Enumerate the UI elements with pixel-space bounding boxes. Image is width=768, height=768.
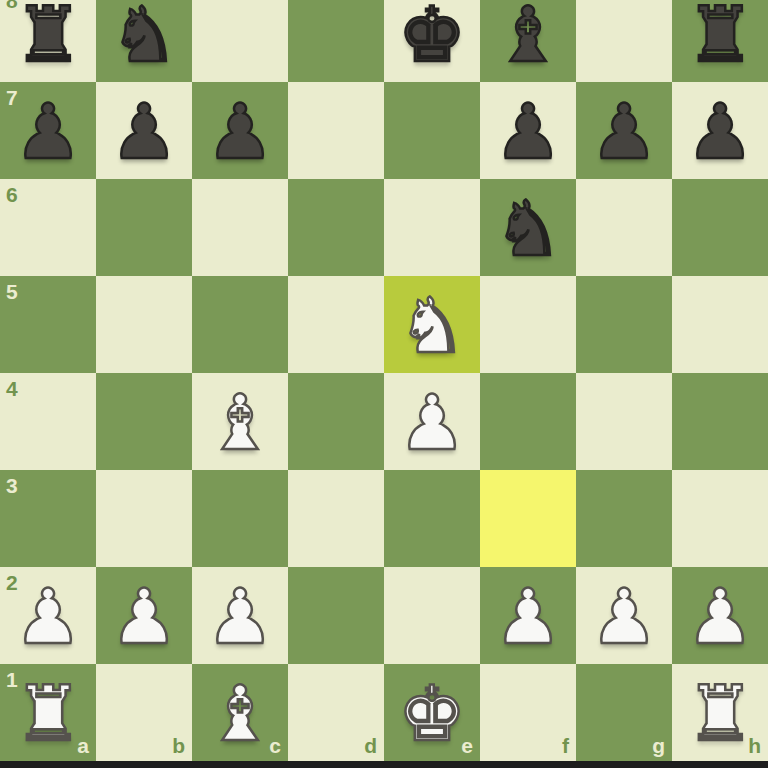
white-rook[interactable]: ♜ xyxy=(14,676,82,752)
black-rook[interactable]: ♜ xyxy=(14,0,82,73)
file-label-f: f xyxy=(562,735,569,756)
square-e2[interactable] xyxy=(384,567,480,664)
rank-label-4: 4 xyxy=(6,378,18,399)
square-b6[interactable] xyxy=(96,179,192,276)
black-king[interactable]: ♚ xyxy=(398,0,466,73)
square-b3[interactable] xyxy=(96,470,192,567)
white-bishop[interactable]: ♝ xyxy=(206,676,274,752)
square-a4[interactable]: 4 xyxy=(0,373,96,470)
square-a1[interactable]: 1a♜ xyxy=(0,664,96,761)
square-b2[interactable]: ♟ xyxy=(96,567,192,664)
white-bishop[interactable]: ♝ xyxy=(206,385,274,461)
black-pawn[interactable]: ♟ xyxy=(14,94,82,170)
square-e1[interactable]: e♚ xyxy=(384,664,480,761)
square-a5[interactable]: 5 xyxy=(0,276,96,373)
square-a3[interactable]: 3 xyxy=(0,470,96,567)
square-d8[interactable] xyxy=(288,0,384,82)
square-h1[interactable]: h♜ xyxy=(672,664,768,761)
square-g8[interactable] xyxy=(576,0,672,82)
square-f4[interactable] xyxy=(480,373,576,470)
square-e4[interactable]: ♟ xyxy=(384,373,480,470)
square-e6[interactable] xyxy=(384,179,480,276)
file-label-d: d xyxy=(364,735,377,756)
square-g7[interactable]: ♟ xyxy=(576,82,672,179)
file-label-g: g xyxy=(652,735,665,756)
square-a8[interactable]: 8♜ xyxy=(0,0,96,82)
black-pawn[interactable]: ♟ xyxy=(686,94,754,170)
square-f3[interactable] xyxy=(480,470,576,567)
square-c4[interactable]: ♝ xyxy=(192,373,288,470)
black-knight[interactable]: ♞ xyxy=(494,191,562,267)
white-king[interactable]: ♚ xyxy=(398,676,466,752)
square-h8[interactable]: ♜ xyxy=(672,0,768,82)
white-pawn[interactable]: ♟ xyxy=(590,579,658,655)
square-f2[interactable]: ♟ xyxy=(480,567,576,664)
square-c3[interactable] xyxy=(192,470,288,567)
board-viewport: 8♜♞♚♝♜7♟♟♟♟♟♟6♞5♞4♝♟32♟♟♟♟♟♟1a♜bc♝de♚fgh… xyxy=(0,0,768,768)
white-rook[interactable]: ♜ xyxy=(686,676,754,752)
square-a7[interactable]: 7♟ xyxy=(0,82,96,179)
square-f5[interactable] xyxy=(480,276,576,373)
square-h3[interactable] xyxy=(672,470,768,567)
square-f1[interactable]: f xyxy=(480,664,576,761)
rank-label-5: 5 xyxy=(6,281,18,302)
square-f8[interactable]: ♝ xyxy=(480,0,576,82)
white-pawn[interactable]: ♟ xyxy=(398,385,466,461)
square-g6[interactable] xyxy=(576,179,672,276)
square-g3[interactable] xyxy=(576,470,672,567)
square-h6[interactable] xyxy=(672,179,768,276)
square-d3[interactable] xyxy=(288,470,384,567)
square-d4[interactable] xyxy=(288,373,384,470)
square-g2[interactable]: ♟ xyxy=(576,567,672,664)
square-c5[interactable] xyxy=(192,276,288,373)
black-rook[interactable]: ♜ xyxy=(686,0,754,73)
white-knight[interactable]: ♞ xyxy=(398,288,466,364)
white-pawn[interactable]: ♟ xyxy=(14,579,82,655)
rank-label-3: 3 xyxy=(6,475,18,496)
square-g5[interactable] xyxy=(576,276,672,373)
square-b8[interactable]: ♞ xyxy=(96,0,192,82)
square-b1[interactable]: b xyxy=(96,664,192,761)
white-pawn[interactable]: ♟ xyxy=(494,579,562,655)
square-c1[interactable]: c♝ xyxy=(192,664,288,761)
square-h7[interactable]: ♟ xyxy=(672,82,768,179)
square-b7[interactable]: ♟ xyxy=(96,82,192,179)
square-e7[interactable] xyxy=(384,82,480,179)
bottom-bar xyxy=(0,761,768,768)
square-d2[interactable] xyxy=(288,567,384,664)
white-pawn[interactable]: ♟ xyxy=(206,579,274,655)
square-g1[interactable]: g xyxy=(576,664,672,761)
square-a2[interactable]: 2♟ xyxy=(0,567,96,664)
square-e3[interactable] xyxy=(384,470,480,567)
square-e5[interactable]: ♞ xyxy=(384,276,480,373)
square-c6[interactable] xyxy=(192,179,288,276)
square-d7[interactable] xyxy=(288,82,384,179)
square-b5[interactable] xyxy=(96,276,192,373)
black-pawn[interactable]: ♟ xyxy=(494,94,562,170)
file-label-b: b xyxy=(172,735,185,756)
white-pawn[interactable]: ♟ xyxy=(110,579,178,655)
square-b4[interactable] xyxy=(96,373,192,470)
black-pawn[interactable]: ♟ xyxy=(590,94,658,170)
square-d5[interactable] xyxy=(288,276,384,373)
chess-board: 8♜♞♚♝♜7♟♟♟♟♟♟6♞5♞4♝♟32♟♟♟♟♟♟1a♜bc♝de♚fgh… xyxy=(0,0,768,761)
square-c8[interactable] xyxy=(192,0,288,82)
black-knight[interactable]: ♞ xyxy=(110,0,178,73)
rank-label-6: 6 xyxy=(6,184,18,205)
square-a6[interactable]: 6 xyxy=(0,179,96,276)
square-h4[interactable] xyxy=(672,373,768,470)
white-pawn[interactable]: ♟ xyxy=(686,579,754,655)
square-h5[interactable] xyxy=(672,276,768,373)
square-f6[interactable]: ♞ xyxy=(480,179,576,276)
square-d6[interactable] xyxy=(288,179,384,276)
black-bishop[interactable]: ♝ xyxy=(494,0,562,73)
square-c7[interactable]: ♟ xyxy=(192,82,288,179)
black-pawn[interactable]: ♟ xyxy=(110,94,178,170)
black-pawn[interactable]: ♟ xyxy=(206,94,274,170)
square-f7[interactable]: ♟ xyxy=(480,82,576,179)
square-e8[interactable]: ♚ xyxy=(384,0,480,82)
square-g4[interactable] xyxy=(576,373,672,470)
square-c2[interactable]: ♟ xyxy=(192,567,288,664)
square-d1[interactable]: d xyxy=(288,664,384,761)
square-h2[interactable]: ♟ xyxy=(672,567,768,664)
